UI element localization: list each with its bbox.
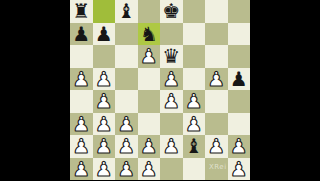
watermark: XRei <box>209 164 227 171</box>
piece-white-pawn-e2[interactable]: ♟ <box>160 135 183 158</box>
piece-white-pawn-f3[interactable]: ♟ <box>183 113 206 136</box>
square-a4[interactable] <box>70 90 93 113</box>
piece-white-pawn-d1[interactable]: ♟ <box>138 158 161 181</box>
square-a5[interactable]: ♟ <box>70 68 93 91</box>
square-b6[interactable] <box>93 45 116 68</box>
square-g8[interactable] <box>205 0 228 23</box>
square-a3[interactable]: ♟ <box>70 113 93 136</box>
square-a8[interactable]: ♜ <box>70 0 93 23</box>
piece-white-pawn-g2[interactable]: ♟ <box>205 135 228 158</box>
square-d2[interactable]: ♟ <box>138 135 161 158</box>
square-h4[interactable] <box>228 90 251 113</box>
square-e6[interactable]: ♛ <box>160 45 183 68</box>
piece-black-bishop-c8[interactable]: ♝ <box>115 0 138 23</box>
piece-white-pawn-c1[interactable]: ♟ <box>115 158 138 181</box>
square-h7[interactable] <box>228 23 251 46</box>
piece-white-pawn-e5[interactable]: ♟ <box>160 68 183 91</box>
square-h6[interactable] <box>228 45 251 68</box>
letterbox-right <box>250 0 320 180</box>
square-d7[interactable]: ♞ <box>138 23 161 46</box>
piece-white-pawn-e4[interactable]: ♟ <box>160 90 183 113</box>
square-c7[interactable] <box>115 23 138 46</box>
square-c1[interactable]: ♟ <box>115 158 138 181</box>
piece-white-pawn-b5[interactable]: ♟ <box>93 68 116 91</box>
square-e5[interactable]: ♟ <box>160 68 183 91</box>
piece-white-pawn-b2[interactable]: ♟ <box>93 135 116 158</box>
piece-black-pawn-a7[interactable]: ♟ <box>70 23 93 46</box>
piece-white-pawn-c3[interactable]: ♟ <box>115 113 138 136</box>
square-f2[interactable]: ♝ <box>183 135 206 158</box>
piece-white-pawn-h1[interactable]: ♟ <box>228 158 251 181</box>
square-a7[interactable]: ♟ <box>70 23 93 46</box>
square-f4[interactable]: ♟ <box>183 90 206 113</box>
square-h5[interactable]: ♟ <box>228 68 251 91</box>
square-g6[interactable] <box>205 45 228 68</box>
square-c5[interactable] <box>115 68 138 91</box>
piece-white-pawn-b3[interactable]: ♟ <box>93 113 116 136</box>
square-e3[interactable] <box>160 113 183 136</box>
square-d3[interactable] <box>138 113 161 136</box>
square-e4[interactable]: ♟ <box>160 90 183 113</box>
letterbox-left <box>0 0 70 180</box>
square-b2[interactable]: ♟ <box>93 135 116 158</box>
square-b4[interactable]: ♟ <box>93 90 116 113</box>
chess-board[interactable]: ♜♝♚♟♟♞♟♛♟♟♟♟♟♟♟♟♟♟♟♟♟♟♟♟♟♝♟♟♟♟♟♟♟ <box>70 0 250 180</box>
square-f7[interactable] <box>183 23 206 46</box>
square-d1[interactable]: ♟ <box>138 158 161 181</box>
square-g5[interactable]: ♟ <box>205 68 228 91</box>
piece-white-pawn-g5[interactable]: ♟ <box>205 68 228 91</box>
square-h1[interactable]: ♟ <box>228 158 251 181</box>
square-b1[interactable]: ♟ <box>93 158 116 181</box>
square-f1[interactable] <box>183 158 206 181</box>
square-b3[interactable]: ♟ <box>93 113 116 136</box>
square-e1[interactable] <box>160 158 183 181</box>
piece-white-pawn-f4[interactable]: ♟ <box>183 90 206 113</box>
square-a2[interactable]: ♟ <box>70 135 93 158</box>
piece-black-rook-a8[interactable]: ♜ <box>70 0 93 23</box>
square-h2[interactable]: ♟ <box>228 135 251 158</box>
square-b7[interactable]: ♟ <box>93 23 116 46</box>
piece-black-pawn-b7[interactable]: ♟ <box>93 23 116 46</box>
square-g4[interactable] <box>205 90 228 113</box>
square-d4[interactable] <box>138 90 161 113</box>
piece-black-knight-d7[interactable]: ♞ <box>138 23 161 46</box>
piece-white-pawn-a3[interactable]: ♟ <box>70 113 93 136</box>
square-c2[interactable]: ♟ <box>115 135 138 158</box>
piece-white-pawn-h2[interactable]: ♟ <box>228 135 251 158</box>
square-b8[interactable] <box>93 0 116 23</box>
square-c8[interactable]: ♝ <box>115 0 138 23</box>
square-c3[interactable]: ♟ <box>115 113 138 136</box>
square-f6[interactable] <box>183 45 206 68</box>
square-e7[interactable] <box>160 23 183 46</box>
square-d5[interactable] <box>138 68 161 91</box>
square-a1[interactable]: ♟ <box>70 158 93 181</box>
piece-white-pawn-a2[interactable]: ♟ <box>70 135 93 158</box>
piece-black-pawn-h5[interactable]: ♟ <box>228 68 251 91</box>
square-h3[interactable] <box>228 113 251 136</box>
square-d6[interactable]: ♟ <box>138 45 161 68</box>
piece-white-pawn-d6[interactable]: ♟ <box>138 45 161 68</box>
square-e8[interactable]: ♚ <box>160 0 183 23</box>
square-h8[interactable] <box>228 0 251 23</box>
square-f8[interactable] <box>183 0 206 23</box>
piece-white-pawn-a1[interactable]: ♟ <box>70 158 93 181</box>
piece-white-pawn-c2[interactable]: ♟ <box>115 135 138 158</box>
square-e2[interactable]: ♟ <box>160 135 183 158</box>
piece-black-king-e8[interactable]: ♚ <box>160 0 183 23</box>
square-g3[interactable] <box>205 113 228 136</box>
square-f3[interactable]: ♟ <box>183 113 206 136</box>
piece-black-bishop-f2[interactable]: ♝ <box>183 135 206 158</box>
square-f5[interactable] <box>183 68 206 91</box>
piece-white-pawn-b1[interactable]: ♟ <box>93 158 116 181</box>
piece-black-queen-e6[interactable]: ♛ <box>160 45 183 68</box>
piece-white-pawn-d2[interactable]: ♟ <box>138 135 161 158</box>
square-b5[interactable]: ♟ <box>93 68 116 91</box>
square-a6[interactable] <box>70 45 93 68</box>
square-c6[interactable] <box>115 45 138 68</box>
square-g7[interactable] <box>205 23 228 46</box>
piece-white-pawn-b4[interactable]: ♟ <box>93 90 116 113</box>
square-c4[interactable] <box>115 90 138 113</box>
square-d8[interactable] <box>138 0 161 23</box>
piece-white-pawn-a5[interactable]: ♟ <box>70 68 93 91</box>
square-g2[interactable]: ♟ <box>205 135 228 158</box>
